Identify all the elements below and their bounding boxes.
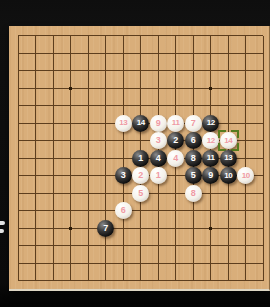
board-cell[interactable]: [79, 132, 97, 150]
board-cell[interactable]: [219, 80, 237, 98]
board-cell[interactable]: [97, 132, 115, 150]
board-cell[interactable]: 8: [184, 185, 202, 203]
board-cell[interactable]: [9, 45, 27, 63]
stone-number: 11: [172, 119, 180, 127]
board-cell[interactable]: [114, 150, 132, 168]
board-cell[interactable]: [219, 97, 237, 115]
board-cell[interactable]: [44, 255, 62, 273]
board-cell[interactable]: [149, 62, 167, 80]
stone-number: 8: [191, 189, 196, 198]
board-cell[interactable]: [202, 45, 220, 63]
board-cell[interactable]: [149, 27, 167, 45]
stone-black-3: 3: [115, 167, 132, 184]
board-cell[interactable]: [237, 202, 255, 220]
board-cell[interactable]: [237, 115, 255, 133]
board-cell[interactable]: [202, 202, 220, 220]
board-cell[interactable]: [62, 27, 80, 45]
board-cell[interactable]: [184, 255, 202, 273]
board-cell[interactable]: [79, 115, 97, 133]
board-cell[interactable]: [97, 272, 115, 290]
board-cell[interactable]: [167, 220, 185, 238]
stone-number: 10: [224, 172, 232, 180]
board-cell[interactable]: [167, 237, 185, 255]
board-cell[interactable]: [149, 220, 167, 238]
board-cell[interactable]: [44, 132, 62, 150]
board-cell[interactable]: [44, 202, 62, 220]
stone-number: 5: [191, 171, 196, 180]
board-cell[interactable]: [149, 272, 167, 290]
stone-number: 10: [242, 172, 250, 180]
board-cell[interactable]: 11: [167, 115, 185, 133]
board-cell[interactable]: [202, 272, 220, 290]
board-cell[interactable]: 9: [149, 115, 167, 133]
stone-black-9: 9: [202, 167, 219, 184]
board-cell[interactable]: [97, 97, 115, 115]
board-cell[interactable]: [219, 272, 237, 290]
board-cell[interactable]: [62, 115, 80, 133]
board-cell[interactable]: 9: [202, 167, 220, 185]
board-cell[interactable]: [97, 185, 115, 203]
board-cell[interactable]: [79, 255, 97, 273]
board-cell[interactable]: [202, 80, 220, 98]
board-cell[interactable]: [79, 62, 97, 80]
stone-white-1: 1: [150, 167, 167, 184]
board-cell[interactable]: [9, 167, 27, 185]
board-cell[interactable]: [27, 237, 45, 255]
board-cell[interactable]: [97, 167, 115, 185]
board-cell[interactable]: [254, 185, 270, 203]
stone-number: 5: [138, 189, 143, 198]
board-cell[interactable]: [114, 272, 132, 290]
board-cell[interactable]: 12: [202, 115, 220, 133]
board-cell[interactable]: [132, 237, 150, 255]
board-cell[interactable]: 13: [219, 150, 237, 168]
board-cell[interactable]: [184, 237, 202, 255]
board-cell[interactable]: [149, 237, 167, 255]
board-cell[interactable]: [79, 272, 97, 290]
board-cell[interactable]: [79, 185, 97, 203]
board-cell[interactable]: 6: [184, 132, 202, 150]
board-cell[interactable]: [114, 185, 132, 203]
stone-white-3: 3: [150, 132, 167, 149]
board-cell[interactable]: [167, 272, 185, 290]
board-cell[interactable]: 6: [114, 202, 132, 220]
board-cell[interactable]: [27, 185, 45, 203]
stone-black-8: 8: [185, 150, 202, 167]
board-cell[interactable]: [79, 237, 97, 255]
stone-number: 7: [103, 224, 108, 233]
board-cell[interactable]: [114, 255, 132, 273]
board-cell[interactable]: [184, 272, 202, 290]
board-cell[interactable]: [97, 62, 115, 80]
board-cell[interactable]: [79, 27, 97, 45]
board-cell[interactable]: [167, 255, 185, 273]
board-cell[interactable]: [9, 220, 27, 238]
board-cell[interactable]: [9, 150, 27, 168]
board-cell[interactable]: [44, 62, 62, 80]
stone-number: 9: [156, 119, 161, 128]
board-cell[interactable]: [44, 237, 62, 255]
stone-number: 6: [121, 206, 126, 215]
stone-black-2: 2: [167, 132, 184, 149]
board-cell[interactable]: [219, 237, 237, 255]
stone-number: 9: [208, 171, 213, 180]
board-cell[interactable]: [254, 97, 270, 115]
stone-black-1: 1: [132, 150, 149, 167]
board-cell[interactable]: [9, 237, 27, 255]
board-cell[interactable]: [27, 62, 45, 80]
board-cell[interactable]: [202, 185, 220, 203]
board-cell[interactable]: [62, 255, 80, 273]
board-cell[interactable]: [219, 27, 237, 45]
stone-white-10: 10: [237, 167, 254, 184]
stone-number: 3: [121, 171, 126, 180]
stone-white-11: 11: [167, 115, 184, 132]
board-cell[interactable]: [79, 45, 97, 63]
board-cell[interactable]: [79, 220, 97, 238]
board-cell[interactable]: [202, 97, 220, 115]
board-cell[interactable]: [97, 255, 115, 273]
board-cell[interactable]: 3: [149, 132, 167, 150]
board-cell[interactable]: [149, 97, 167, 115]
stone-white-5: 5: [132, 185, 149, 202]
board-cell[interactable]: [132, 62, 150, 80]
board-cell[interactable]: 2: [132, 167, 150, 185]
board-cell[interactable]: [237, 97, 255, 115]
board-cell[interactable]: [27, 167, 45, 185]
board-cell[interactable]: [44, 115, 62, 133]
stone-white-2: 2: [132, 167, 149, 184]
board-cell[interactable]: [27, 220, 45, 238]
stone-number: 11: [207, 154, 215, 162]
board-cell[interactable]: [9, 255, 27, 273]
board-cell[interactable]: [237, 185, 255, 203]
board-cell[interactable]: [167, 167, 185, 185]
stone-number: 4: [156, 154, 161, 163]
board-cell[interactable]: [254, 255, 270, 273]
stone-number: 8: [191, 154, 196, 163]
stone-black-5: 5: [185, 167, 202, 184]
board-cell[interactable]: [62, 62, 80, 80]
board-cell[interactable]: [184, 45, 202, 63]
board-cell[interactable]: [114, 27, 132, 45]
board-cell[interactable]: [167, 97, 185, 115]
board-cell[interactable]: 7: [97, 220, 115, 238]
board-cell[interactable]: [167, 27, 185, 45]
stone-number: 12: [207, 137, 215, 145]
stone-number: 2: [138, 171, 143, 180]
board-cell[interactable]: [27, 97, 45, 115]
board-cell[interactable]: [114, 80, 132, 98]
board-cell[interactable]: [27, 202, 45, 220]
board-cell[interactable]: [167, 202, 185, 220]
board-cell[interactable]: [254, 202, 270, 220]
stone-number: 14: [137, 119, 145, 127]
board-cell[interactable]: [219, 185, 237, 203]
stone-number: 14: [224, 137, 232, 145]
board-cell[interactable]: [237, 237, 255, 255]
board-cell[interactable]: [27, 45, 45, 63]
board-cell[interactable]: [219, 220, 237, 238]
stone-number: 2: [173, 136, 178, 145]
board-cell[interactable]: [254, 62, 270, 80]
board-cell[interactable]: [27, 27, 45, 45]
board-cell[interactable]: [149, 45, 167, 63]
board-cell[interactable]: 10: [237, 167, 255, 185]
cropped-ui-icon: [0, 221, 6, 236]
stone-number: 1: [156, 171, 161, 180]
board-cell[interactable]: [254, 80, 270, 98]
board-cell[interactable]: [9, 202, 27, 220]
board-cell[interactable]: [184, 80, 202, 98]
board-cell[interactable]: [44, 45, 62, 63]
board-cell[interactable]: [27, 80, 45, 98]
board-cell[interactable]: [254, 27, 270, 45]
board-cell[interactable]: [114, 220, 132, 238]
board-cell[interactable]: 2: [167, 132, 185, 150]
board-cell[interactable]: [114, 45, 132, 63]
board-cell[interactable]: [27, 150, 45, 168]
board-cell[interactable]: 4: [167, 150, 185, 168]
board-cell[interactable]: [44, 167, 62, 185]
board-cell[interactable]: [27, 255, 45, 273]
board-cell[interactable]: [62, 150, 80, 168]
stone-black-6: 6: [185, 132, 202, 149]
board-cell[interactable]: [62, 80, 80, 98]
board-cell[interactable]: [97, 27, 115, 45]
board-cell[interactable]: [132, 45, 150, 63]
board-cell[interactable]: [97, 115, 115, 133]
board-cell[interactable]: [237, 132, 255, 150]
stone-number: 7: [191, 119, 196, 128]
board-cell[interactable]: [149, 80, 167, 98]
stone-number: 1: [138, 154, 143, 163]
stone-black-4: 4: [150, 150, 167, 167]
board-cell[interactable]: [219, 62, 237, 80]
board-cell[interactable]: [219, 255, 237, 273]
board-cell[interactable]: [237, 80, 255, 98]
board-cell[interactable]: [149, 202, 167, 220]
board-cell[interactable]: [62, 220, 80, 238]
board-cell[interactable]: [9, 272, 27, 290]
board-cell[interactable]: [254, 132, 270, 150]
stone-number: 13: [119, 119, 127, 127]
stone-number: 3: [156, 136, 161, 145]
board-cell[interactable]: [254, 150, 270, 168]
board-cell[interactable]: [237, 45, 255, 63]
stone-white-12: 12: [202, 132, 219, 149]
board-cell[interactable]: [97, 150, 115, 168]
board-cell[interactable]: [254, 272, 270, 290]
board-cell[interactable]: [202, 27, 220, 45]
board-cell[interactable]: 12: [202, 132, 220, 150]
board-cell[interactable]: [27, 115, 45, 133]
stone-white-8: 8: [185, 185, 202, 202]
board-cell[interactable]: [97, 237, 115, 255]
board-cell[interactable]: 5: [184, 167, 202, 185]
board-cell[interactable]: [254, 45, 270, 63]
board-cell[interactable]: [254, 237, 270, 255]
board-cell[interactable]: [149, 185, 167, 203]
board-cell[interactable]: [114, 237, 132, 255]
board-cell[interactable]: 11: [202, 150, 220, 168]
stone-number: 13: [224, 154, 232, 162]
board-cell[interactable]: [62, 167, 80, 185]
board-cell[interactable]: [79, 97, 97, 115]
stone-white-9: 9: [150, 115, 167, 132]
board-cell[interactable]: 8: [184, 150, 202, 168]
gomoku-board: 13149117123261214144811133215910105867: [9, 26, 270, 291]
stone-white-7: 7: [185, 115, 202, 132]
board-cell[interactable]: [202, 237, 220, 255]
board-cell[interactable]: [219, 115, 237, 133]
board-cell[interactable]: [62, 132, 80, 150]
board-cell[interactable]: 10: [219, 167, 237, 185]
board-cell[interactable]: [132, 80, 150, 98]
stone-black-12: 12: [202, 115, 219, 132]
board-cell[interactable]: [184, 97, 202, 115]
board-cell[interactable]: [254, 115, 270, 133]
game-screen: 13149117123261214144811133215910105867: [0, 0, 270, 307]
board-cell[interactable]: [79, 167, 97, 185]
board-cell[interactable]: [44, 97, 62, 115]
stone-number: 12: [207, 119, 215, 127]
board-cell[interactable]: [44, 80, 62, 98]
board-cell[interactable]: [132, 202, 150, 220]
board-cell[interactable]: [132, 132, 150, 150]
board-cell[interactable]: [44, 272, 62, 290]
board-cell[interactable]: [9, 185, 27, 203]
board-cell[interactable]: 4: [149, 150, 167, 168]
board-cell[interactable]: [9, 27, 27, 45]
board-cell[interactable]: [132, 272, 150, 290]
board-cell[interactable]: [167, 45, 185, 63]
board-cell[interactable]: [62, 202, 80, 220]
board-cell[interactable]: [9, 132, 27, 150]
board-cell[interactable]: [254, 220, 270, 238]
board-cell[interactable]: [184, 202, 202, 220]
board-cell[interactable]: 7: [184, 115, 202, 133]
board-cell[interactable]: [184, 27, 202, 45]
board-cell[interactable]: 14: [132, 115, 150, 133]
stone-white-6: 6: [115, 202, 132, 219]
board-cell[interactable]: [62, 237, 80, 255]
board-cell[interactable]: [184, 220, 202, 238]
stone-black-13: 13: [220, 150, 237, 167]
board-cell[interactable]: [219, 202, 237, 220]
board-cell[interactable]: [62, 45, 80, 63]
board-cell[interactable]: [27, 272, 45, 290]
board-cell[interactable]: [132, 97, 150, 115]
board-cell[interactable]: [219, 45, 237, 63]
board-cell[interactable]: [114, 97, 132, 115]
board-cell[interactable]: [79, 150, 97, 168]
board-cell[interactable]: [132, 27, 150, 45]
board-cell[interactable]: [9, 80, 27, 98]
board-cell[interactable]: [202, 220, 220, 238]
board-cell[interactable]: 1: [132, 150, 150, 168]
stone-number: 6: [191, 136, 196, 145]
board-cell[interactable]: 3: [114, 167, 132, 185]
board-cell[interactable]: [254, 167, 270, 185]
board-cell[interactable]: [44, 220, 62, 238]
board-cell[interactable]: [79, 80, 97, 98]
board-cell[interactable]: [202, 255, 220, 273]
stone-white-13: 13: [115, 115, 132, 132]
board-cell[interactable]: [237, 27, 255, 45]
board-cell[interactable]: 5: [132, 185, 150, 203]
board-cell[interactable]: [202, 62, 220, 80]
stone-black-14: 14: [132, 115, 149, 132]
board-cell[interactable]: [132, 220, 150, 238]
stone-white-14: 14: [220, 132, 237, 149]
board-cell[interactable]: [97, 80, 115, 98]
board-cell[interactable]: [44, 185, 62, 203]
board-cell[interactable]: [97, 202, 115, 220]
board-cell[interactable]: [167, 185, 185, 203]
board-cell[interactable]: [9, 62, 27, 80]
board-cells: 13149117123261214144811133215910105867: [9, 27, 270, 290]
board-cell[interactable]: 13: [114, 115, 132, 133]
stone-number: 4: [173, 154, 178, 163]
board-cell[interactable]: [114, 132, 132, 150]
board-cell[interactable]: [44, 27, 62, 45]
board-cell[interactable]: [62, 185, 80, 203]
board-cell[interactable]: [149, 255, 167, 273]
stone-black-7: 7: [97, 220, 114, 237]
board-cell[interactable]: [237, 272, 255, 290]
board-cell[interactable]: [27, 132, 45, 150]
board-cell[interactable]: [62, 272, 80, 290]
board-cell[interactable]: [237, 220, 255, 238]
board-cell[interactable]: [79, 202, 97, 220]
board-cell[interactable]: [237, 62, 255, 80]
board-cell[interactable]: [44, 150, 62, 168]
board-cell[interactable]: [9, 115, 27, 133]
board-cell[interactable]: [97, 45, 115, 63]
board-cell[interactable]: [237, 150, 255, 168]
board-cell[interactable]: [132, 255, 150, 273]
board-cell[interactable]: [167, 80, 185, 98]
stone-black-10: 10: [220, 167, 237, 184]
board-cell[interactable]: [237, 255, 255, 273]
board-cell[interactable]: [167, 62, 185, 80]
board-cell[interactable]: 1: [149, 167, 167, 185]
board-cell[interactable]: [62, 97, 80, 115]
stone-black-11: 11: [202, 150, 219, 167]
board-cell[interactable]: [114, 62, 132, 80]
board-cell[interactable]: [184, 62, 202, 80]
stone-white-4: 4: [167, 150, 184, 167]
board-cell[interactable]: 14: [219, 132, 237, 150]
board-cell[interactable]: [9, 97, 27, 115]
